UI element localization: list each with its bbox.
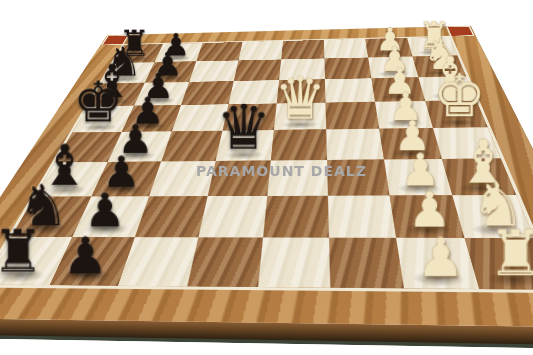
square-a2[interactable]: ♟ <box>396 238 479 289</box>
square-a4[interactable] <box>258 237 330 287</box>
product-photo: ♜♟♟♜♞♟♟♞♝♟♟♝♚♟♛♟♚♟♛♟♝♟♟♝♞♟♟♞♜♟♟♜ PARAMOU… <box>0 0 533 355</box>
square-d6[interactable] <box>161 131 222 162</box>
square-e3[interactable] <box>326 102 380 130</box>
square-f3[interactable] <box>325 78 375 102</box>
square-b4[interactable] <box>263 196 329 238</box>
square-a3[interactable] <box>329 238 404 289</box>
white-pawn-a2[interactable]: ♟ <box>417 231 465 284</box>
black-king-e8[interactable]: ♚ <box>73 74 123 130</box>
square-h6[interactable] <box>196 42 242 61</box>
square-d5[interactable]: ♛ <box>216 130 274 161</box>
square-h5[interactable] <box>238 41 283 60</box>
square-e1[interactable]: ♚ <box>425 100 487 128</box>
square-h3[interactable] <box>324 39 368 59</box>
square-h4[interactable] <box>281 40 324 59</box>
watermark-text: PARAMOUNT DEALZ <box>196 163 367 179</box>
white-queen-e4[interactable]: ♛ <box>274 70 326 128</box>
square-b6[interactable] <box>135 196 208 237</box>
white-king-e1[interactable]: ♚ <box>433 66 486 125</box>
square-e4[interactable]: ♛ <box>274 103 326 130</box>
white-rook-a1[interactable]: ♜ <box>488 223 533 286</box>
black-pawn-a7[interactable]: ♟ <box>62 231 108 282</box>
black-rook-a8[interactable]: ♜ <box>0 222 44 280</box>
board-edge <box>0 318 533 350</box>
square-b3[interactable] <box>328 195 396 237</box>
square-g6[interactable] <box>189 60 238 81</box>
square-d4[interactable] <box>271 129 327 160</box>
square-b5[interactable] <box>198 196 267 238</box>
square-a5[interactable] <box>187 237 263 287</box>
square-g3[interactable] <box>324 57 371 79</box>
black-queen-d5[interactable]: ♛ <box>216 97 271 159</box>
square-d3[interactable] <box>326 129 384 160</box>
